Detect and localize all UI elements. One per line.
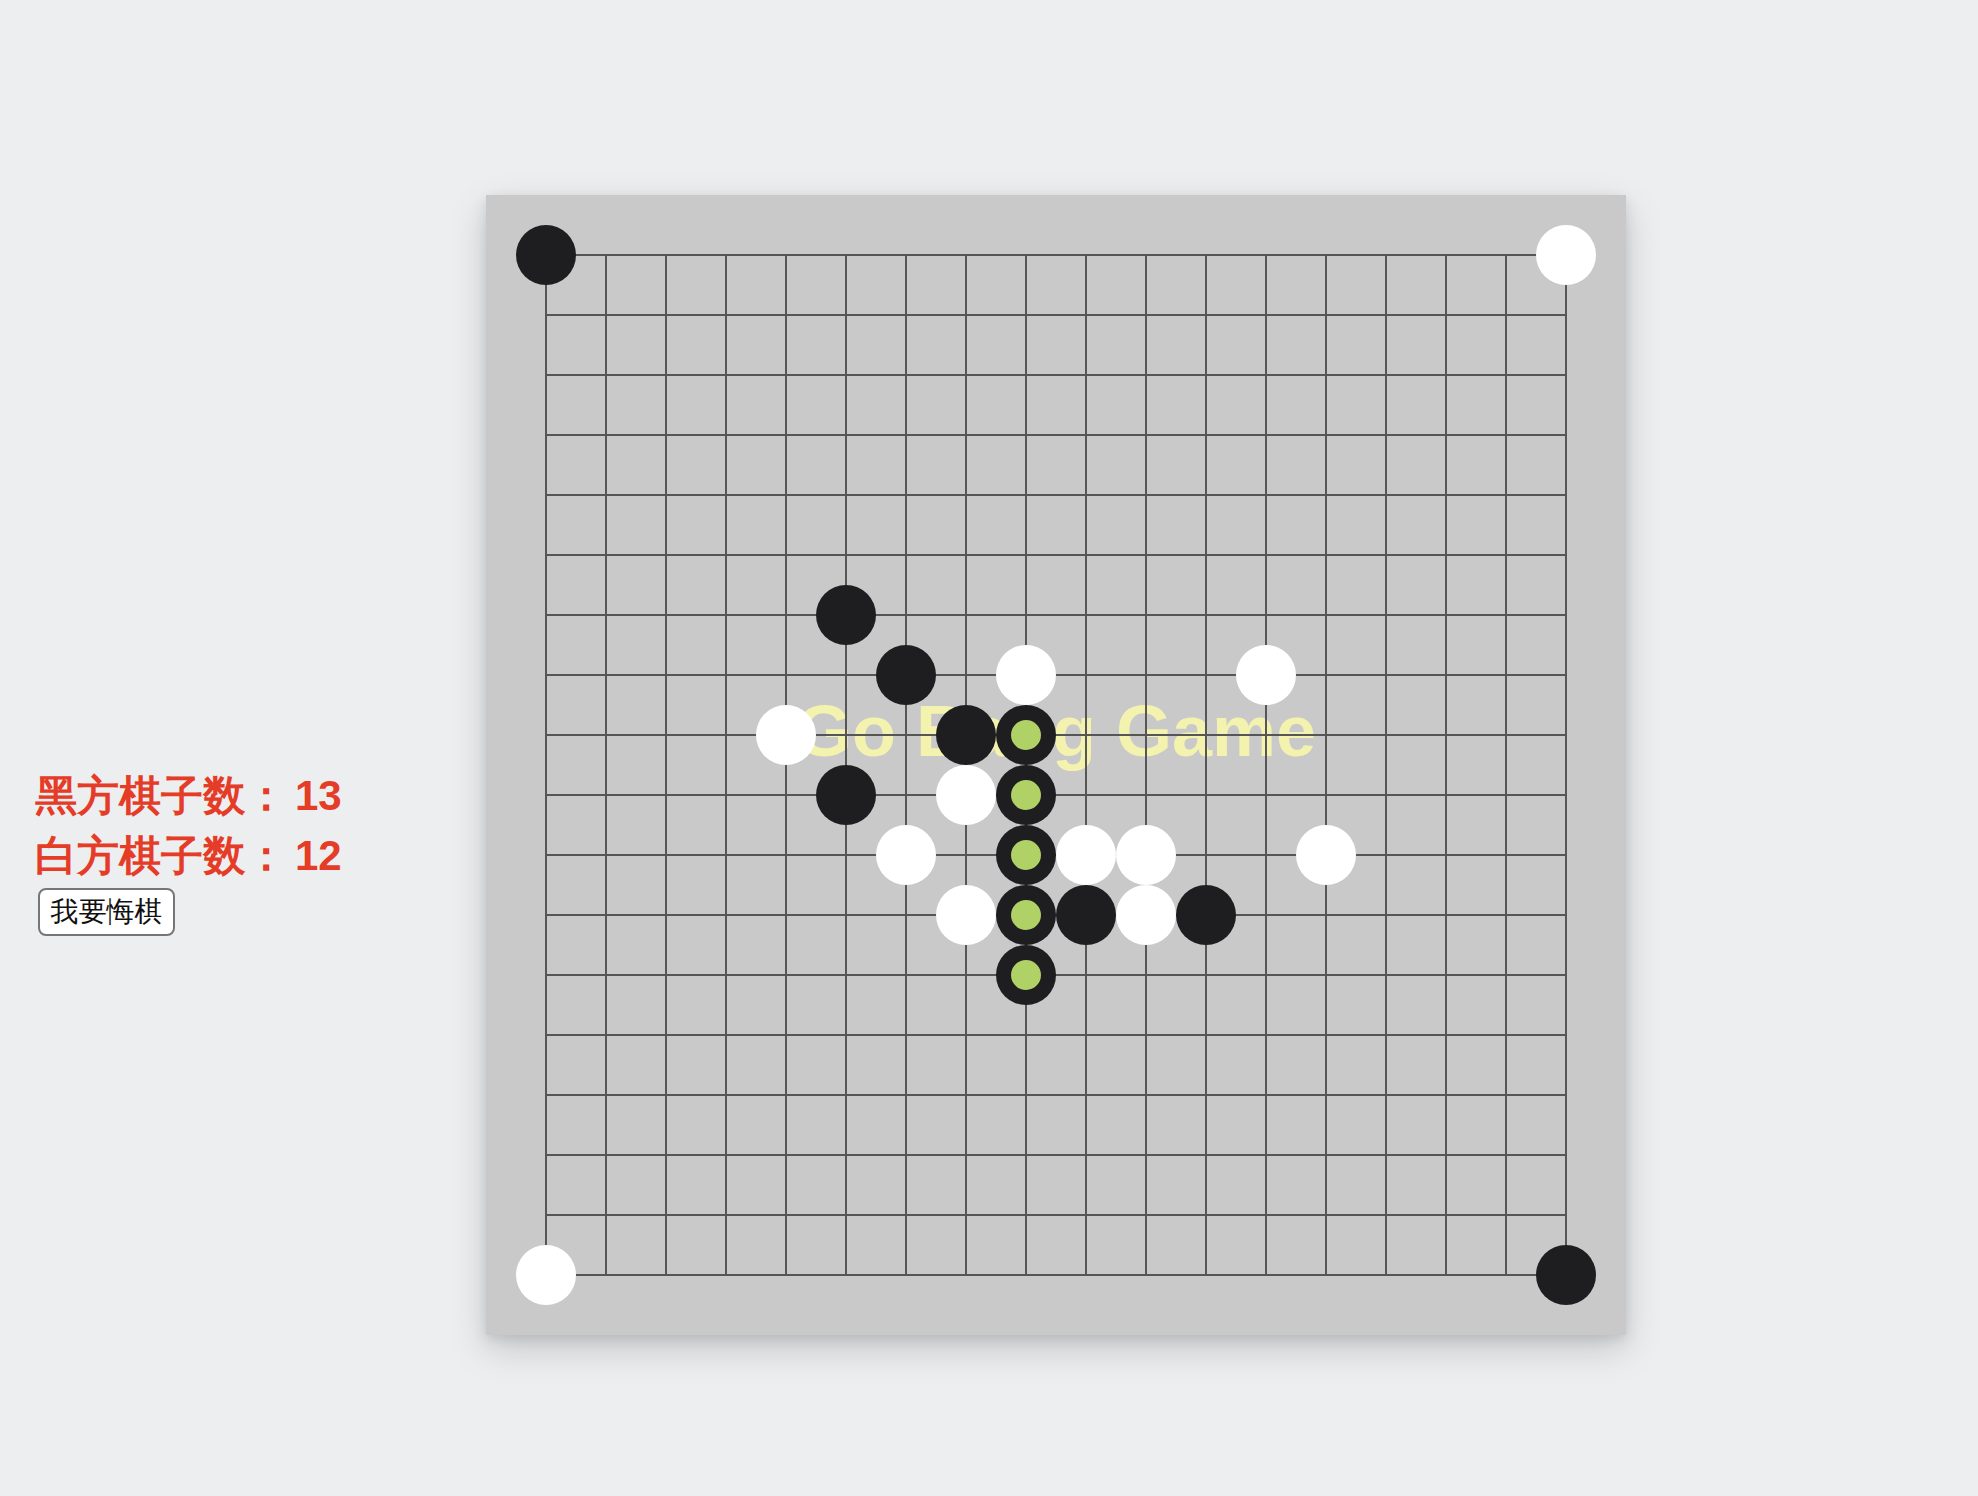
grid-cell[interactable] — [1385, 254, 1445, 314]
grid-cell[interactable] — [1385, 1154, 1445, 1214]
stone-white — [1236, 645, 1296, 705]
grid-cell[interactable] — [1325, 614, 1385, 674]
grid-cell[interactable] — [1445, 734, 1505, 794]
grid-cell[interactable] — [1385, 314, 1445, 374]
grid-cell[interactable] — [1505, 1034, 1565, 1094]
stone-black — [876, 645, 936, 705]
black-count-label: 黑方棋子数： — [35, 772, 287, 819]
grid-cell[interactable] — [1385, 374, 1445, 434]
grid-cell[interactable] — [1025, 374, 1085, 434]
grid-cell[interactable] — [785, 1034, 845, 1094]
grid-cell[interactable] — [845, 1154, 905, 1214]
grid-cell[interactable] — [1205, 1154, 1265, 1214]
grid-cell[interactable] — [605, 974, 665, 1034]
grid-cell[interactable] — [1505, 374, 1565, 434]
grid-cell[interactable] — [1145, 1094, 1205, 1154]
grid-cell[interactable] — [1505, 434, 1565, 494]
grid-cell[interactable] — [605, 674, 665, 734]
grid-cell[interactable] — [905, 1154, 965, 1214]
grid-cell[interactable] — [665, 794, 725, 854]
grid-cell[interactable] — [1145, 254, 1205, 314]
grid-cell[interactable] — [1085, 494, 1145, 554]
grid-cell[interactable] — [545, 494, 605, 554]
grid-cell[interactable] — [1145, 1154, 1205, 1214]
stone-black-winning — [996, 945, 1056, 1005]
grid-cell[interactable] — [1445, 254, 1505, 314]
grid-cell[interactable] — [1145, 374, 1205, 434]
grid-cell[interactable] — [1265, 1094, 1325, 1154]
grid-cell[interactable] — [905, 434, 965, 494]
stone-black — [516, 225, 576, 285]
grid-cell[interactable] — [1025, 1094, 1085, 1154]
grid-cell[interactable] — [1145, 1034, 1205, 1094]
stone-black-winning — [996, 825, 1056, 885]
grid-cell[interactable] — [1265, 314, 1325, 374]
grid-cell[interactable] — [845, 374, 905, 434]
grid-cell[interactable] — [725, 374, 785, 434]
grid-cell[interactable] — [1205, 734, 1265, 794]
grid-cell[interactable] — [1505, 1094, 1565, 1154]
grid-cell[interactable] — [785, 374, 845, 434]
grid-cell[interactable] — [1085, 374, 1145, 434]
grid-cell[interactable] — [545, 614, 605, 674]
stone-white — [1116, 825, 1176, 885]
stone-white — [936, 765, 996, 825]
grid-cell[interactable] — [605, 254, 665, 314]
white-count-value: 12 — [295, 832, 342, 879]
grid-cell[interactable] — [1265, 494, 1325, 554]
grid-cell[interactable] — [665, 1034, 725, 1094]
grid-cell[interactable] — [905, 1214, 965, 1274]
grid-cell[interactable] — [1085, 1034, 1145, 1094]
grid-cell[interactable] — [725, 1034, 785, 1094]
stone-white — [876, 825, 936, 885]
grid-cell[interactable] — [965, 554, 1025, 614]
grid-cell[interactable] — [1265, 434, 1325, 494]
grid-cell[interactable] — [545, 674, 605, 734]
grid-cell[interactable] — [665, 1154, 725, 1214]
grid-cell[interactable] — [1145, 974, 1205, 1034]
grid-cell[interactable] — [1385, 1094, 1445, 1154]
grid-cell[interactable] — [725, 434, 785, 494]
grid-cell[interactable] — [965, 1154, 1025, 1214]
grid-cell[interactable] — [1265, 1214, 1325, 1274]
grid-cell[interactable] — [1445, 494, 1505, 554]
grid-cell[interactable] — [1145, 554, 1205, 614]
grid-cell[interactable] — [1325, 314, 1385, 374]
grid-cell[interactable] — [1385, 974, 1445, 1034]
grid-cell[interactable] — [605, 494, 665, 554]
grid-cell[interactable] — [1385, 854, 1445, 914]
grid-cell[interactable] — [725, 1094, 785, 1154]
grid-cell[interactable] — [845, 1214, 905, 1274]
grid-cell[interactable] — [965, 374, 1025, 434]
grid-cell[interactable] — [1205, 254, 1265, 314]
stone-white — [996, 645, 1056, 705]
grid-cell[interactable] — [1265, 1154, 1325, 1214]
grid-cell[interactable] — [1205, 314, 1265, 374]
grid-cell[interactable] — [905, 554, 965, 614]
grid-cell[interactable] — [725, 914, 785, 974]
grid-cell[interactable] — [1025, 254, 1085, 314]
grid-cell[interactable] — [1205, 974, 1265, 1034]
grid-cell[interactable] — [785, 434, 845, 494]
grid-cell[interactable] — [1205, 434, 1265, 494]
grid-cell[interactable] — [665, 554, 725, 614]
grid-cell[interactable] — [1085, 1214, 1145, 1274]
grid-cell[interactable] — [1145, 674, 1205, 734]
win-marker-icon — [1011, 840, 1041, 870]
grid-cell[interactable] — [665, 494, 725, 554]
grid-cell[interactable] — [545, 554, 605, 614]
stone-white — [516, 1245, 576, 1305]
grid-cell[interactable] — [845, 914, 905, 974]
grid-cell[interactable] — [965, 1214, 1025, 1274]
grid-cell[interactable] — [1325, 734, 1385, 794]
grid-cell[interactable] — [725, 554, 785, 614]
grid-cell[interactable] — [605, 1094, 665, 1154]
grid-cell[interactable] — [665, 614, 725, 674]
grid-lines — [545, 254, 1567, 1276]
grid-cell[interactable] — [1325, 254, 1385, 314]
grid-cell[interactable] — [1505, 914, 1565, 974]
gomoku-board[interactable]: Go Bang Game — [486, 195, 1626, 1335]
grid-cell[interactable] — [785, 914, 845, 974]
grid-cell[interactable] — [545, 1034, 605, 1094]
grid-cell[interactable] — [845, 434, 905, 494]
grid-cell[interactable] — [725, 854, 785, 914]
grid-cell[interactable] — [1445, 434, 1505, 494]
stone-white — [1296, 825, 1356, 885]
grid-cell[interactable] — [665, 974, 725, 1034]
grid-cell[interactable] — [1445, 674, 1505, 734]
grid-cell[interactable] — [1205, 1034, 1265, 1094]
grid-cell[interactable] — [725, 1214, 785, 1274]
stone-black — [1176, 885, 1236, 945]
grid-cell[interactable] — [905, 314, 965, 374]
grid-cell[interactable] — [605, 614, 665, 674]
grid-cell[interactable] — [545, 1094, 605, 1154]
grid-cell[interactable] — [1325, 554, 1385, 614]
grid-cell[interactable] — [605, 434, 665, 494]
grid-cell[interactable] — [1265, 554, 1325, 614]
win-marker-icon — [1011, 960, 1041, 990]
grid-cell[interactable] — [545, 1154, 605, 1214]
black-count-line: 黑方棋子数：13 — [35, 766, 455, 826]
grid-cell[interactable] — [545, 314, 605, 374]
stone-black-winning — [996, 885, 1056, 945]
grid-cell[interactable] — [545, 434, 605, 494]
grid-cell[interactable] — [1445, 1154, 1505, 1214]
grid-cell[interactable] — [665, 1214, 725, 1274]
grid-cell[interactable] — [1025, 314, 1085, 374]
grid-cell[interactable] — [725, 974, 785, 1034]
grid-cell[interactable] — [785, 1094, 845, 1154]
white-count-label: 白方棋子数： — [35, 832, 287, 879]
grid-cell[interactable] — [785, 494, 845, 554]
grid-cell[interactable] — [725, 794, 785, 854]
grid-cell[interactable] — [725, 254, 785, 314]
grid-cell[interactable] — [1145, 494, 1205, 554]
grid-cell[interactable] — [665, 314, 725, 374]
grid-cell[interactable] — [845, 1034, 905, 1094]
grid-cell[interactable] — [1445, 1214, 1505, 1274]
grid-cell[interactable] — [1385, 434, 1445, 494]
score-panel: 黑方棋子数：13 白方棋子数：12 我要悔棋 — [35, 766, 455, 936]
stone-black — [816, 765, 876, 825]
grid-cell[interactable] — [1325, 914, 1385, 974]
grid-cell[interactable] — [1445, 914, 1505, 974]
grid-cell[interactable] — [1505, 614, 1565, 674]
grid-cell[interactable] — [1505, 554, 1565, 614]
win-marker-icon — [1011, 720, 1041, 750]
grid-cell[interactable] — [605, 374, 665, 434]
grid-cell[interactable] — [1445, 974, 1505, 1034]
grid-cell[interactable] — [845, 494, 905, 554]
grid-cell[interactable] — [1085, 974, 1145, 1034]
stone-white — [1536, 225, 1596, 285]
grid-cell[interactable] — [545, 854, 605, 914]
grid-cell[interactable] — [1085, 674, 1145, 734]
grid-cell[interactable] — [1085, 1154, 1145, 1214]
grid-cell[interactable] — [1385, 614, 1445, 674]
grid-cell[interactable] — [1145, 434, 1205, 494]
grid-cell[interactable] — [665, 854, 725, 914]
grid-cell[interactable] — [1325, 374, 1385, 434]
grid-cell[interactable] — [665, 734, 725, 794]
grid-cell[interactable] — [1505, 314, 1565, 374]
grid-cell[interactable] — [1385, 554, 1445, 614]
grid-cell[interactable] — [1085, 614, 1145, 674]
grid-cell[interactable] — [605, 1214, 665, 1274]
grid-cell[interactable] — [605, 554, 665, 614]
grid-cell[interactable] — [785, 1214, 845, 1274]
stone-black-winning — [996, 765, 1056, 825]
grid-cell[interactable] — [1325, 674, 1385, 734]
grid-cell[interactable] — [1505, 974, 1565, 1034]
stone-black — [1536, 1245, 1596, 1305]
grid-cell[interactable] — [1205, 494, 1265, 554]
grid-cell[interactable] — [1505, 674, 1565, 734]
grid-cell[interactable] — [665, 254, 725, 314]
grid-cell[interactable] — [965, 1034, 1025, 1094]
grid-cell[interactable] — [905, 1094, 965, 1154]
stone-black-winning — [996, 705, 1056, 765]
grid-cell[interactable] — [1385, 734, 1445, 794]
grid-cell[interactable] — [1505, 1154, 1565, 1214]
stone-black — [1056, 885, 1116, 945]
grid-cell[interactable] — [1445, 794, 1505, 854]
grid-cell[interactable] — [725, 494, 785, 554]
grid-cell[interactable] — [1205, 1094, 1265, 1154]
grid-cell[interactable] — [845, 254, 905, 314]
grid-cell[interactable] — [1265, 914, 1325, 974]
stone-white — [1056, 825, 1116, 885]
grid-cell[interactable] — [605, 794, 665, 854]
page: { "game": "gomoku (five-in-a-row / Go Ba… — [0, 0, 1978, 1496]
grid-cell[interactable] — [665, 674, 725, 734]
grid-cell[interactable] — [1205, 554, 1265, 614]
grid-cell[interactable] — [1385, 1214, 1445, 1274]
grid-cell[interactable] — [1445, 1034, 1505, 1094]
grid-cell[interactable] — [905, 974, 965, 1034]
win-marker-icon — [1011, 780, 1041, 810]
grid-cell[interactable] — [1445, 374, 1505, 434]
grid-cell[interactable] — [1265, 974, 1325, 1034]
grid-cell[interactable] — [1085, 314, 1145, 374]
grid-cell[interactable] — [965, 314, 1025, 374]
grid-cell[interactable] — [1505, 794, 1565, 854]
grid-cell[interactable] — [965, 494, 1025, 554]
grid-cell[interactable] — [1445, 1094, 1505, 1154]
grid-cell[interactable] — [1025, 1214, 1085, 1274]
stone-white — [936, 885, 996, 945]
grid-cell[interactable] — [1085, 254, 1145, 314]
grid-cell[interactable] — [665, 434, 725, 494]
grid-cell[interactable] — [965, 1094, 1025, 1154]
grid-cell[interactable] — [545, 374, 605, 434]
grid-cell[interactable] — [1025, 434, 1085, 494]
grid-cell[interactable] — [1325, 1214, 1385, 1274]
grid-cell[interactable] — [905, 1034, 965, 1094]
grid-cell[interactable] — [1445, 554, 1505, 614]
grid-cell[interactable] — [1145, 1214, 1205, 1274]
grid-cell[interactable] — [605, 314, 665, 374]
grid-cell[interactable] — [1265, 374, 1325, 434]
grid-cell[interactable] — [1205, 1214, 1265, 1274]
grid-cell[interactable] — [1145, 734, 1205, 794]
grid-cell[interactable] — [1085, 1094, 1145, 1154]
grid-cell[interactable] — [1025, 1034, 1085, 1094]
grid-cell[interactable] — [905, 494, 965, 554]
grid-cell[interactable] — [545, 794, 605, 854]
grid-cell[interactable] — [1145, 614, 1205, 674]
grid-cell[interactable] — [725, 314, 785, 374]
grid-cell[interactable] — [785, 974, 845, 1034]
white-count-line: 白方棋子数：12 — [35, 826, 455, 886]
grid-cell[interactable] — [665, 914, 725, 974]
grid-cell[interactable] — [665, 1094, 725, 1154]
grid-cell[interactable] — [545, 974, 605, 1034]
grid-cell[interactable] — [1085, 554, 1145, 614]
grid-cell[interactable] — [1025, 494, 1085, 554]
grid-cell[interactable] — [1325, 434, 1385, 494]
grid-cell[interactable] — [1085, 734, 1145, 794]
grid-cell[interactable] — [1145, 314, 1205, 374]
grid-cell[interactable] — [905, 374, 965, 434]
grid-cell[interactable] — [605, 1034, 665, 1094]
grid-cell[interactable] — [725, 1154, 785, 1214]
stone-white — [1116, 885, 1176, 945]
grid-cell[interactable] — [785, 314, 845, 374]
grid-cell[interactable] — [845, 1094, 905, 1154]
grid-cell[interactable] — [1205, 794, 1265, 854]
grid-cell[interactable] — [1025, 554, 1085, 614]
grid-cell[interactable] — [1385, 494, 1445, 554]
grid-cell[interactable] — [1325, 1154, 1385, 1214]
grid-cell[interactable] — [605, 1154, 665, 1214]
grid-cell[interactable] — [665, 374, 725, 434]
grid-cell[interactable] — [605, 854, 665, 914]
grid-cell[interactable] — [1325, 1034, 1385, 1094]
win-marker-icon — [1011, 900, 1041, 930]
grid-cell[interactable] — [1265, 254, 1325, 314]
grid-cell[interactable] — [905, 254, 965, 314]
grid-cell[interactable] — [1385, 794, 1445, 854]
grid-cell[interactable] — [965, 254, 1025, 314]
grid-cell[interactable] — [1385, 674, 1445, 734]
grid-cell[interactable] — [545, 914, 605, 974]
grid-cell[interactable] — [1205, 374, 1265, 434]
grid-cell[interactable] — [1505, 854, 1565, 914]
grid-cell[interactable] — [785, 1154, 845, 1214]
grid-cell[interactable] — [1385, 1034, 1445, 1094]
grid-cell[interactable] — [1505, 734, 1565, 794]
grid-cell[interactable] — [1085, 434, 1145, 494]
grid-cell[interactable] — [1445, 854, 1505, 914]
stone-black — [936, 705, 996, 765]
undo-button[interactable]: 我要悔棋 — [38, 888, 175, 936]
grid-cell[interactable] — [965, 434, 1025, 494]
grid-cell[interactable] — [1325, 1094, 1385, 1154]
grid-cell[interactable] — [845, 974, 905, 1034]
grid-cell[interactable] — [545, 734, 605, 794]
black-count-value: 13 — [295, 772, 342, 819]
stone-white — [756, 705, 816, 765]
grid-cell[interactable] — [1385, 914, 1445, 974]
grid-cell[interactable] — [1325, 494, 1385, 554]
grid-cell[interactable] — [1025, 1154, 1085, 1214]
grid-cell[interactable] — [725, 614, 785, 674]
grid-cell[interactable] — [1445, 314, 1505, 374]
stone-black — [816, 585, 876, 645]
grid-cell[interactable] — [605, 734, 665, 794]
grid-cell[interactable] — [1265, 1034, 1325, 1094]
grid-cell[interactable] — [1325, 974, 1385, 1034]
grid-cell[interactable] — [1445, 614, 1505, 674]
grid-cell[interactable] — [785, 254, 845, 314]
grid-cell[interactable] — [605, 914, 665, 974]
grid-cell[interactable] — [1265, 734, 1325, 794]
grid-cell[interactable] — [785, 854, 845, 914]
grid-cell[interactable] — [1505, 494, 1565, 554]
grid-cell[interactable] — [845, 314, 905, 374]
